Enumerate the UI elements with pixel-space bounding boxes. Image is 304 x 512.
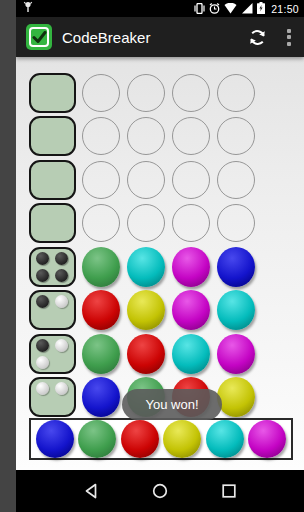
app-title: CodeBreaker bbox=[62, 29, 240, 46]
overflow-menu-button[interactable] bbox=[274, 17, 304, 57]
vibrate-icon bbox=[194, 0, 205, 18]
recents-button[interactable] bbox=[205, 470, 253, 512]
status-time: 21:50 bbox=[271, 3, 299, 15]
board-row bbox=[29, 334, 262, 374]
feedback-peg-box[interactable] bbox=[29, 73, 76, 113]
guess-cell[interactable] bbox=[82, 161, 120, 199]
guess-cell[interactable] bbox=[127, 74, 165, 112]
green-ball bbox=[82, 334, 120, 374]
guess-cell[interactable] bbox=[127, 248, 165, 286]
guess-cell[interactable] bbox=[172, 335, 210, 373]
alarm-icon bbox=[209, 0, 220, 18]
guess-cell[interactable] bbox=[82, 204, 120, 242]
cyan-ball bbox=[217, 290, 255, 330]
feedback-peg-box[interactable] bbox=[29, 160, 76, 200]
toast-message: You won! bbox=[122, 389, 222, 420]
feedback-peg-box[interactable] bbox=[29, 247, 76, 287]
palette-ball-magenta[interactable] bbox=[248, 420, 286, 458]
blue-ball bbox=[82, 377, 120, 417]
home-icon bbox=[152, 483, 168, 499]
board-row bbox=[29, 290, 262, 330]
back-button[interactable] bbox=[67, 470, 115, 512]
yellow-ball bbox=[217, 377, 255, 417]
magenta-ball bbox=[172, 247, 210, 287]
board-row bbox=[29, 160, 262, 200]
phone-screen: 21:50 CodeBreaker You won! bbox=[16, 0, 304, 512]
palette-ball-red[interactable] bbox=[121, 420, 159, 458]
magenta-ball bbox=[172, 290, 210, 330]
white-feedback-peg bbox=[55, 339, 68, 352]
guess-cell[interactable] bbox=[217, 74, 255, 112]
feedback-peg-box[interactable] bbox=[29, 377, 76, 417]
guess-cell[interactable] bbox=[82, 117, 120, 155]
white-feedback-peg bbox=[55, 295, 68, 308]
guess-cell[interactable] bbox=[172, 291, 210, 329]
color-palette-tray bbox=[29, 418, 293, 460]
guess-cell[interactable] bbox=[82, 74, 120, 112]
red-ball bbox=[127, 334, 165, 374]
signal-icon bbox=[241, 0, 253, 18]
blue-ball bbox=[217, 247, 255, 287]
white-feedback-peg bbox=[36, 356, 49, 369]
app-logo-checkmark-icon bbox=[26, 24, 52, 50]
back-icon bbox=[83, 483, 99, 499]
palette-ball-cyan[interactable] bbox=[206, 420, 244, 458]
feedback-peg-box[interactable] bbox=[29, 290, 76, 330]
magenta-ball bbox=[217, 334, 255, 374]
guess-cell[interactable] bbox=[82, 248, 120, 286]
battery-charging-icon bbox=[257, 0, 265, 18]
feedback-peg-box[interactable] bbox=[29, 334, 76, 374]
black-feedback-peg bbox=[36, 295, 49, 308]
cyan-ball bbox=[127, 247, 165, 287]
recents-icon bbox=[221, 483, 237, 499]
new-game-refresh-button[interactable] bbox=[240, 17, 274, 57]
guess-cell[interactable] bbox=[217, 335, 255, 373]
board-row bbox=[29, 116, 262, 156]
guess-cell[interactable] bbox=[82, 291, 120, 329]
guess-cell[interactable] bbox=[172, 248, 210, 286]
black-feedback-peg bbox=[36, 339, 49, 352]
usb-debug-icon bbox=[23, 0, 33, 18]
cyan-ball bbox=[172, 334, 210, 374]
red-ball bbox=[82, 290, 120, 330]
white-feedback-peg bbox=[55, 382, 68, 395]
app-bar: CodeBreaker bbox=[16, 17, 304, 57]
palette-ball-green[interactable] bbox=[78, 420, 116, 458]
palette-ball-blue[interactable] bbox=[36, 420, 74, 458]
guess-cell[interactable] bbox=[127, 204, 165, 242]
green-ball bbox=[82, 247, 120, 287]
feedback-peg-box[interactable] bbox=[29, 203, 76, 243]
guess-cell[interactable] bbox=[172, 74, 210, 112]
guess-cell[interactable] bbox=[217, 378, 255, 416]
board-row bbox=[29, 247, 262, 287]
guess-cell[interactable] bbox=[217, 291, 255, 329]
guess-cell[interactable] bbox=[127, 161, 165, 199]
guess-cell[interactable] bbox=[217, 117, 255, 155]
guess-cell[interactable] bbox=[172, 204, 210, 242]
wifi-icon bbox=[224, 0, 237, 18]
board-row bbox=[29, 203, 262, 243]
board-row bbox=[29, 73, 262, 113]
guess-cell[interactable] bbox=[127, 291, 165, 329]
android-nav-bar bbox=[16, 470, 304, 512]
black-feedback-peg bbox=[36, 252, 49, 265]
overflow-menu-icon bbox=[287, 29, 291, 46]
guess-cell[interactable] bbox=[82, 335, 120, 373]
home-button[interactable] bbox=[136, 470, 184, 512]
status-bar: 21:50 bbox=[16, 0, 304, 17]
black-feedback-peg bbox=[36, 269, 49, 282]
white-feedback-peg bbox=[36, 382, 49, 395]
guess-cell[interactable] bbox=[172, 161, 210, 199]
feedback-peg-box[interactable] bbox=[29, 116, 76, 156]
guess-cell[interactable] bbox=[172, 117, 210, 155]
guess-cell[interactable] bbox=[127, 335, 165, 373]
guess-cell[interactable] bbox=[217, 161, 255, 199]
guess-cell[interactable] bbox=[127, 117, 165, 155]
yellow-ball bbox=[127, 290, 165, 330]
guess-cell[interactable] bbox=[217, 248, 255, 286]
guess-cell[interactable] bbox=[217, 204, 255, 242]
game-board: You won! bbox=[16, 57, 304, 470]
palette-ball-yellow[interactable] bbox=[163, 420, 201, 458]
black-feedback-peg bbox=[55, 269, 68, 282]
guess-cell[interactable] bbox=[82, 378, 120, 416]
black-feedback-peg bbox=[55, 252, 68, 265]
